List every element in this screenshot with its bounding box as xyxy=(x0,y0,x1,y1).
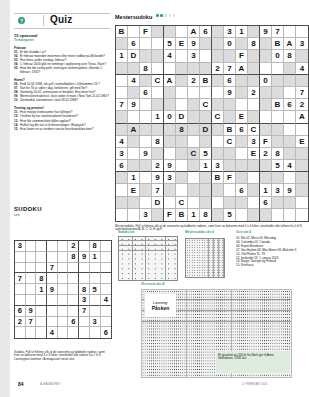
cell-r2c4 xyxy=(47,252,58,263)
cell-r8c9: C xyxy=(212,111,224,123)
cell-r4c8 xyxy=(90,273,101,284)
cell-r13c7 xyxy=(188,172,200,184)
cell-r7c12 xyxy=(248,99,260,111)
cell-r1c5 xyxy=(164,26,176,38)
cell-r3c6 xyxy=(176,50,188,62)
cell-r1c12 xyxy=(248,26,260,38)
quiz-question: 13.Hvor blir sammenslåtte fylker oppløst… xyxy=(14,119,110,123)
cell-r15c6: C xyxy=(176,197,188,209)
cell-r1c1: 3 xyxy=(15,241,26,252)
cell-r11c11 xyxy=(236,148,248,160)
cell-r3c6 xyxy=(68,263,79,274)
cell-r16c14 xyxy=(272,209,284,221)
cell-r9c15 xyxy=(284,124,296,136)
quiz-title: Quiz xyxy=(50,14,72,25)
cell-r13c11 xyxy=(236,172,248,184)
cell-r6c2 xyxy=(26,295,37,306)
cell-r4c4 xyxy=(152,63,164,75)
cell-r15c11 xyxy=(236,197,248,209)
cell-r1c7 xyxy=(79,241,90,252)
cell-r9c1 xyxy=(116,124,128,136)
cell-r5c7: 8 xyxy=(79,284,90,295)
cell-r9c7 xyxy=(188,124,200,136)
cell-r7c4 xyxy=(47,306,58,317)
cell-r8c9 xyxy=(101,317,112,328)
cell-r2c3 xyxy=(36,252,47,263)
cell-r4c2 xyxy=(128,63,140,75)
difficulty-dots xyxy=(156,14,175,17)
cell-r8c7 xyxy=(79,317,90,328)
cell-r11c7: C xyxy=(188,148,200,160)
quiz-question: 05.Hvor ble det vanlig politi, med egne … xyxy=(14,67,110,74)
cell-r3c3 xyxy=(36,263,47,274)
cell-r1c3: F xyxy=(140,26,152,38)
cell-r5c9 xyxy=(212,75,224,87)
cell-r11c5 xyxy=(164,148,176,160)
cell-r9c13 xyxy=(260,124,272,136)
cell-r6c3 xyxy=(36,295,47,306)
cell-r3c5: 4 xyxy=(164,50,176,62)
cell-r10c7 xyxy=(188,136,200,148)
cell-r4c2 xyxy=(26,273,37,284)
cell-r5c7: 2 xyxy=(188,75,200,87)
cell-r6c5 xyxy=(58,295,69,306)
cell-r3c4 xyxy=(152,50,164,62)
cell-r14c1 xyxy=(116,184,128,196)
cell-r3c14: 0 xyxy=(272,50,284,62)
cell-r15c8 xyxy=(200,197,212,209)
cell-r12c2 xyxy=(128,160,140,172)
cell-r7c8: C xyxy=(200,99,212,111)
cell-r16c16 xyxy=(296,209,308,221)
cell-r5c3: 1 xyxy=(36,284,47,295)
cell-r10c12: 3 xyxy=(248,136,260,148)
cell-r6c1 xyxy=(15,295,26,306)
cell-r7c6 xyxy=(176,99,188,111)
sudoku-title: SUDOKU xyxy=(14,206,42,212)
cell-r13c10: F xyxy=(224,172,236,184)
cell-r6c4 xyxy=(152,87,164,99)
cell-r2c12: 8 xyxy=(248,38,260,50)
footer-right: 2. FEBRUAR 2024 xyxy=(242,382,302,389)
difficulty-dot-empty xyxy=(169,14,172,17)
cell-r12c6 xyxy=(176,160,188,172)
cell-r8c11: E xyxy=(236,111,248,123)
cell-r7c5 xyxy=(58,306,69,317)
cell-r12c11 xyxy=(236,160,248,172)
cell-r4c3: 8 xyxy=(36,273,47,284)
cell-r10c13: F xyxy=(260,136,272,148)
cell-r4c1 xyxy=(116,63,128,75)
cell-r16c9 xyxy=(212,209,224,221)
cell-r13c4: 9 xyxy=(152,172,164,184)
cell-r15c16 xyxy=(296,197,308,209)
cell-r15c10 xyxy=(224,197,236,209)
cell-r9c10: B xyxy=(224,124,236,136)
cell-r15c1 xyxy=(116,197,128,209)
cell-r5c1 xyxy=(116,75,128,87)
cell-r7c8 xyxy=(90,306,101,317)
cell-r5c12 xyxy=(248,75,260,87)
cell-r5c3 xyxy=(140,75,152,87)
cell-r11c8: 5 xyxy=(200,148,212,160)
cell-r6c8 xyxy=(200,87,212,99)
cell-r9c9 xyxy=(212,124,224,136)
cell-r9c11: 6 xyxy=(236,124,248,136)
cell-r16c12 xyxy=(248,209,260,221)
cell-r10c11 xyxy=(236,136,248,148)
cell-r4c5 xyxy=(164,63,176,75)
cell-r5c1 xyxy=(15,284,26,295)
cell-r15c13: 6 xyxy=(260,197,272,209)
cell-r8c10 xyxy=(224,111,236,123)
cell-r14c8 xyxy=(200,184,212,196)
cell-r11c1: 3 xyxy=(116,148,128,160)
cell-r11c6 xyxy=(176,148,188,160)
cell-r13c16 xyxy=(296,172,308,184)
quiz-answer-line: 07. Gro Harlem 08. Mari Boine 09. Malcol… xyxy=(236,248,302,252)
cell-r1c3 xyxy=(36,241,47,252)
cell-r9c9: 6 xyxy=(101,327,112,338)
cell-r7c6 xyxy=(68,306,79,317)
cell-r7c2: 9 xyxy=(26,306,37,317)
cell-r4c7 xyxy=(79,273,90,284)
cell-r5c6 xyxy=(68,284,79,295)
cell-r1c15 xyxy=(284,26,296,38)
cell-r8c16: A xyxy=(296,111,308,123)
cell-r9c16 xyxy=(296,124,308,136)
cell-r3c12 xyxy=(248,50,260,62)
cell-r16c4 xyxy=(152,209,164,221)
cell-r8c12 xyxy=(248,111,260,123)
cell-r8c2: 7 xyxy=(26,317,37,328)
cell-r5c2 xyxy=(26,284,37,295)
cell-r2c6: 8 xyxy=(68,252,79,263)
cell-r6c1 xyxy=(116,87,128,99)
cell-r2c5 xyxy=(58,252,69,263)
cell-r3c1: 1 xyxy=(116,50,128,62)
cell-r15c5 xyxy=(164,197,176,209)
cell-r15c7 xyxy=(188,197,200,209)
cell-r6c7 xyxy=(188,87,200,99)
cell-r4c6 xyxy=(176,63,188,75)
cell-r3c10 xyxy=(224,50,236,62)
cell-r3c16 xyxy=(296,50,308,62)
cell-r6c8 xyxy=(90,295,101,306)
cell-r1c10: 3 xyxy=(224,26,236,38)
cell-r13c15 xyxy=(284,172,296,184)
solution-word: Påsken xyxy=(152,305,170,311)
cell-r2c9 xyxy=(101,252,112,263)
cell-r1c13: 9 xyxy=(260,26,272,38)
cell-r10c15 xyxy=(284,136,296,148)
cell-r1c11: 1 xyxy=(236,26,248,38)
cell-r2c3 xyxy=(140,38,152,50)
cell-r1c5 xyxy=(58,241,69,252)
quiz-answer-line: 15. Kinshasa xyxy=(236,264,302,268)
cell-r9c1 xyxy=(15,327,26,338)
cell-r11c4 xyxy=(152,148,164,160)
cell-r4c13 xyxy=(260,63,272,75)
cell-r2c14: B xyxy=(272,38,284,50)
cell-r6c12: 2 xyxy=(248,87,260,99)
cell-r13c6 xyxy=(176,172,188,184)
cell-r6c9 xyxy=(212,87,224,99)
quiz-icon: ? xyxy=(18,17,25,24)
cell-r2c7: 9 xyxy=(79,252,90,263)
cell-r5c9 xyxy=(101,284,112,295)
cell-r5c13: 0 xyxy=(260,75,272,87)
cell-r3c7 xyxy=(79,263,90,274)
cell-r12c1: 6 xyxy=(116,160,128,172)
cell-r3c5 xyxy=(58,263,69,274)
cell-r13c5: 3 xyxy=(164,172,176,184)
cell-r3c4: 7 xyxy=(47,263,58,274)
cell-r8c7 xyxy=(188,111,200,123)
cell-r4c10: 7 xyxy=(224,63,236,75)
cell-r4c11: A xyxy=(236,63,248,75)
cell-r8c5 xyxy=(58,317,69,328)
cell-r14c4: 7 xyxy=(152,184,164,196)
quiz-question: 04.1. februar 2003 gikk en romferge i op… xyxy=(14,62,110,66)
cell-r8c4 xyxy=(47,317,58,328)
cell-r3c11: F xyxy=(236,50,248,62)
cell-r11c2 xyxy=(128,148,140,160)
quiz-question: 14.Hvilket lag ble tatt ut til mesterska… xyxy=(14,123,110,127)
cell-r7c4 xyxy=(152,99,164,111)
cell-r10c10: C xyxy=(224,136,236,148)
cell-r4c5 xyxy=(58,273,69,284)
cell-r10c3 xyxy=(140,136,152,148)
cell-r5c10: 6 xyxy=(224,75,236,87)
difficulty-dot-filled xyxy=(156,14,159,17)
cell-r14c10 xyxy=(224,184,236,196)
cell-r4c15 xyxy=(284,63,296,75)
cell-r2c6: E xyxy=(176,38,188,50)
quiz-question: 11.Hvor mange kromosomer har kyllinger? xyxy=(14,110,110,114)
quiz-question: 09.Menneskerettsaktivist, skutt under et… xyxy=(14,95,110,99)
cell-r12c10 xyxy=(224,160,236,172)
cell-r6c9: 4 xyxy=(101,295,112,306)
cell-r11c15 xyxy=(284,148,296,160)
cell-r9c5 xyxy=(164,124,176,136)
quiz-question: 01.Er det skuddår i år? xyxy=(14,50,110,54)
cell-r6c5 xyxy=(164,87,176,99)
quiz-question: 03.Hva feires andre søndag i februar? xyxy=(14,58,110,62)
cell-r15c4: D xyxy=(152,197,164,209)
cell-r14c3 xyxy=(140,184,152,196)
cell-r12c4: 2 xyxy=(152,160,164,172)
cell-r7c16: 2 xyxy=(296,99,308,111)
cell-r3c2 xyxy=(26,263,37,274)
cell-r8c2 xyxy=(128,111,140,123)
divider xyxy=(14,28,110,29)
cell-r9c4 xyxy=(152,124,164,136)
cell-r4c8 xyxy=(200,63,212,75)
cell-r6c10: 9 xyxy=(224,87,236,99)
cell-r8c4: 1 xyxy=(152,111,164,123)
cell-r14c11: 6 xyxy=(236,184,248,196)
cell-r13c3 xyxy=(140,172,152,184)
cell-r2c7: 9 xyxy=(188,38,200,50)
cell-r13c1 xyxy=(116,172,128,184)
cell-r12c16 xyxy=(296,160,308,172)
cell-r14c15: 9 xyxy=(284,184,296,196)
cell-r6c7: 3 xyxy=(79,295,90,306)
cell-r1c7: A xyxy=(188,26,200,38)
cell-r5c2: 4 xyxy=(128,75,140,87)
cell-r10c9 xyxy=(212,136,224,148)
cell-r6c15 xyxy=(284,87,296,99)
cell-r4c3: 8 xyxy=(140,63,152,75)
cell-r12c8: 1 xyxy=(200,160,212,172)
cell-r11c10 xyxy=(224,148,236,160)
cell-r15c12 xyxy=(248,197,260,209)
cell-r2c15: A xyxy=(284,38,296,50)
cell-r13c9: B xyxy=(212,172,224,184)
crossword-solution-word-box: Løsning: Påsken xyxy=(145,294,176,317)
cell-r4c9 xyxy=(101,273,112,284)
cell-r16c8: 8 xyxy=(200,209,212,221)
cell-r3c15: 8 xyxy=(284,50,296,62)
cell-r15c15 xyxy=(284,197,296,209)
cell-r10c16: E xyxy=(296,136,308,148)
cell-r10c2 xyxy=(128,136,140,148)
cell-r16c15 xyxy=(284,209,296,221)
cell-r2c10: 0 xyxy=(224,38,236,50)
cell-r3c1 xyxy=(15,263,26,274)
cell-r8c8: 3 xyxy=(90,317,101,328)
cell-r9c12: C xyxy=(248,124,260,136)
cell-r2c5: 5 xyxy=(164,38,176,50)
cell-r12c5: 9 xyxy=(164,160,176,172)
cell-r16c3: 3 xyxy=(140,209,152,221)
cell-r6c3: 6 xyxy=(140,87,152,99)
cell-r10c8 xyxy=(200,136,212,148)
cell-r9c14 xyxy=(272,124,284,136)
cell-r14c14: 3 xyxy=(272,184,284,196)
difficulty-dot-empty xyxy=(173,14,176,17)
cell-r8c8 xyxy=(200,111,212,123)
cell-r3c3 xyxy=(140,50,152,62)
cell-r3c9 xyxy=(101,263,112,274)
cell-r1c8: 6 xyxy=(200,26,212,38)
cell-r2c13 xyxy=(260,38,272,50)
cell-r14c7 xyxy=(188,184,200,196)
cell-r3c8 xyxy=(90,263,101,274)
cell-r7c14: B xyxy=(272,99,284,111)
cell-r9c8: D xyxy=(200,124,212,136)
cell-r2c8: 1 xyxy=(90,252,101,263)
cell-r10c6 xyxy=(176,136,188,148)
cell-r10c5 xyxy=(164,136,176,148)
cell-r12c13 xyxy=(260,160,272,172)
quiz-question: 12.I hvilken by har statsforvalteren hov… xyxy=(14,115,110,119)
cell-r8c14 xyxy=(272,111,284,123)
cell-r7c2: 9 xyxy=(128,99,140,111)
cell-r13c12 xyxy=(248,172,260,184)
cell-r1c4 xyxy=(152,26,164,38)
cell-r2c9 xyxy=(212,38,224,50)
cell-r11c12: E xyxy=(248,148,260,160)
cell-r9c6: 8 xyxy=(176,124,188,136)
cell-r15c14 xyxy=(272,197,284,209)
cell-r7c5 xyxy=(164,99,176,111)
quiz-question: 02.Er februar måneden med mest eller min… xyxy=(14,54,110,58)
cell-r2c2: 6 xyxy=(128,38,140,50)
cell-r7c11 xyxy=(236,99,248,111)
cell-r8c1 xyxy=(116,111,128,123)
sudoku-caption: Sudoku. Fyll ut feltene slik at de vannr… xyxy=(14,350,110,372)
cell-r9c7 xyxy=(79,327,90,338)
cell-r12c3 xyxy=(140,160,152,172)
difficulty-dot-filled xyxy=(160,14,163,17)
cell-r5c4: C xyxy=(152,75,164,87)
divider xyxy=(43,15,44,26)
cell-r1c9 xyxy=(101,241,112,252)
cell-r2c11 xyxy=(236,38,248,50)
mestersudoku-grid: BFA6319765E908BA31D43F08827A44CA2B606927… xyxy=(115,25,309,222)
solution-quiz-answers: 01. Nei 02. Minst 03. Morsdag04. Columbi… xyxy=(236,236,302,284)
cell-r4c1: 7 xyxy=(15,273,26,284)
cell-r9c5 xyxy=(58,327,69,338)
cell-r2c1 xyxy=(15,252,26,263)
cell-r4c6 xyxy=(68,273,79,284)
cell-r15c3 xyxy=(140,197,152,209)
cell-r9c3 xyxy=(36,327,47,338)
cell-r9c2 xyxy=(26,327,37,338)
quiz-section-header: Februar xyxy=(14,45,110,49)
sudoku-grid: 328891778198534697276346 xyxy=(14,240,112,339)
cell-r2c4 xyxy=(152,38,164,50)
cell-r4c7 xyxy=(188,63,200,75)
cell-r11c9 xyxy=(212,148,224,160)
cell-r3c7: 3 xyxy=(188,50,200,62)
cell-r2c16: 3 xyxy=(296,38,308,50)
cell-r7c10 xyxy=(224,99,236,111)
cell-r2c1 xyxy=(116,38,128,50)
cell-r4c14 xyxy=(272,63,284,75)
cell-r8c13 xyxy=(260,111,272,123)
cell-r14c16 xyxy=(296,184,308,196)
cell-r7c9 xyxy=(101,306,112,317)
cell-r9c6 xyxy=(68,327,79,338)
cell-r12c15: 4 xyxy=(284,160,296,172)
cell-r2c8 xyxy=(200,38,212,50)
page-number: 84 xyxy=(18,381,24,387)
cell-r7c3 xyxy=(140,99,152,111)
cell-r13c2: 1 xyxy=(128,172,140,184)
cell-r3c8 xyxy=(200,50,212,62)
cell-r5c5: A xyxy=(164,75,176,87)
cell-r1c2 xyxy=(128,26,140,38)
cell-r7c3 xyxy=(36,306,47,317)
sudoku-level: Lett xyxy=(14,213,54,220)
cell-r15c9 xyxy=(212,197,224,209)
cell-r5c8: 5 xyxy=(90,284,101,295)
quiz-question: 07.Satt for 76 år siden i dag, forfatter… xyxy=(14,86,110,90)
cell-r5c15 xyxy=(284,75,296,87)
cell-r10c4: 8 xyxy=(152,136,164,148)
cell-r16c6: B xyxy=(176,209,188,221)
cell-r3c9 xyxy=(212,50,224,62)
cell-r10c1: 4 xyxy=(116,136,128,148)
cell-r1c1: B xyxy=(116,26,128,38)
cell-r1c6 xyxy=(176,26,188,38)
quiz-section-header: Hvem? xyxy=(14,77,110,81)
cell-r5c6 xyxy=(176,75,188,87)
cell-r5c4: 9 xyxy=(47,284,58,295)
